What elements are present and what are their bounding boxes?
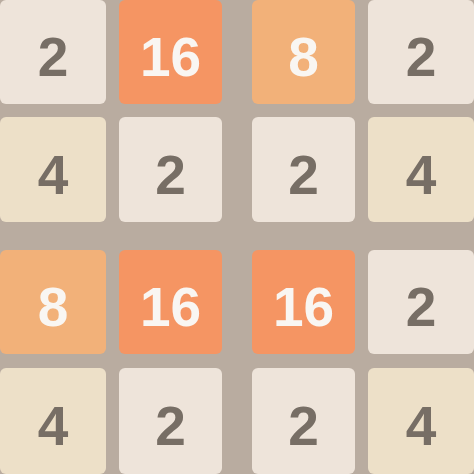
tile: 4: [368, 368, 474, 474]
tile: 2: [368, 0, 474, 104]
tile: 8: [0, 250, 106, 354]
tile: 2: [119, 117, 222, 222]
2048-board[interactable]: 2 16 8 2 4 2 2 4 8 16 16 2 4 2 2 4: [0, 0, 474, 474]
tile: 16: [119, 0, 222, 104]
tile: 4: [368, 117, 474, 222]
tile: 2: [252, 117, 355, 222]
tile: 16: [252, 250, 355, 354]
tile: 4: [0, 368, 106, 474]
tile: 16: [119, 250, 222, 354]
tile: 4: [0, 117, 106, 222]
tile: 2: [252, 368, 355, 474]
tile: 2: [0, 0, 106, 104]
tile: 2: [119, 368, 222, 474]
tile: 8: [252, 0, 355, 104]
tile: 2: [368, 250, 474, 354]
